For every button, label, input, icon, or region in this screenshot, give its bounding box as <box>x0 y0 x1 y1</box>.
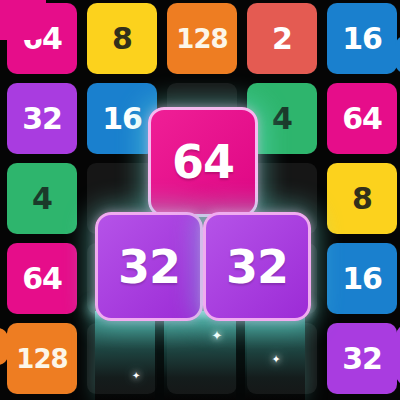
tile-16-r2c2: 16 <box>87 83 157 154</box>
game-board: 648128216321646448641612832 ✦✦✦ 643232 <box>0 0 400 400</box>
falling-tile-64-top[interactable]: 64 <box>148 107 258 217</box>
offscreen-tile-left-row5 <box>0 328 8 365</box>
beam-grid-gap <box>155 311 164 400</box>
offscreen-tile-right-row5 <box>396 325 400 385</box>
tile-16-r1c5: 16 <box>327 3 397 74</box>
tile-128-r1c3: 128 <box>167 3 237 74</box>
tile-2-r1c4: 2 <box>247 3 317 74</box>
sparkle-icon: ✦ <box>272 353 281 366</box>
offscreen-tile-right-row1 <box>395 36 400 73</box>
tile-8-r1c2: 8 <box>87 3 157 74</box>
offscreen-tile-top-left <box>0 0 46 40</box>
tile-8-r3c5: 8 <box>327 163 397 234</box>
tile-4-r3c1: 4 <box>7 163 77 234</box>
sparkle-icon: ✦ <box>132 370 140 381</box>
falling-tile-32-bottom-right[interactable]: 32 <box>203 212 311 321</box>
tile-64-r2c5: 64 <box>327 83 397 154</box>
tile-16-r4c5: 16 <box>327 243 397 314</box>
beam-grid-gap <box>236 311 245 400</box>
tile-128-r5c1: 128 <box>7 323 77 394</box>
tile-32-r5c5: 32 <box>327 323 397 394</box>
falling-tile-32-bottom-left[interactable]: 32 <box>95 212 203 321</box>
tile-64-r4c1: 64 <box>7 243 77 314</box>
tile-32-r2c1: 32 <box>7 83 77 154</box>
sparkle-icon: ✦ <box>212 328 223 343</box>
